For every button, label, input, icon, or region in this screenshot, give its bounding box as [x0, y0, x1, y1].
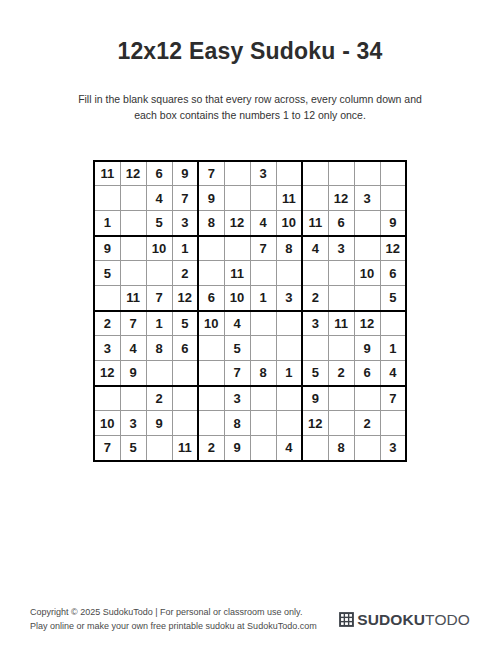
cell-r2c10: 12	[328, 186, 354, 211]
cell-r5c4: 2	[172, 261, 198, 286]
cell-r1c8	[276, 161, 302, 186]
cell-r8c3: 8	[146, 336, 172, 361]
grid-icon	[339, 612, 354, 627]
cell-r5c2	[120, 261, 146, 286]
cell-r11c4	[172, 411, 198, 436]
cell-r9c12: 4	[380, 361, 406, 386]
cell-r6c8: 3	[276, 286, 302, 311]
cell-r8c8	[276, 336, 302, 361]
cell-r8c7	[250, 336, 276, 361]
cell-r10c7	[250, 386, 276, 411]
cell-r11c5	[198, 411, 224, 436]
cell-r4c6	[224, 236, 250, 261]
cell-r4c5	[198, 236, 224, 261]
cell-r8c9	[302, 336, 328, 361]
cell-r5c8	[276, 261, 302, 286]
cell-r2c2	[120, 186, 146, 211]
cell-r5c11: 10	[354, 261, 380, 286]
cell-r9c8: 1	[276, 361, 302, 386]
cell-r11c9: 12	[302, 411, 328, 436]
cell-r7c4: 5	[172, 311, 198, 336]
cell-r6c6: 10	[224, 286, 250, 311]
cell-r11c6: 8	[224, 411, 250, 436]
cell-r5c6: 11	[224, 261, 250, 286]
cell-r5c7	[250, 261, 276, 286]
cell-r3c11	[354, 211, 380, 236]
cell-r2c3: 4	[146, 186, 172, 211]
cell-r1c10	[328, 161, 354, 186]
cell-r7c6: 4	[224, 311, 250, 336]
cell-r1c11	[354, 161, 380, 186]
cell-r4c2	[120, 236, 146, 261]
cell-r8c4: 6	[172, 336, 198, 361]
cell-r1c4: 9	[172, 161, 198, 186]
cell-r4c3: 10	[146, 236, 172, 261]
cell-r11c1: 10	[94, 411, 120, 436]
copyright-line-1: Copyright © 2025 SudokuTodo | For person…	[30, 606, 317, 620]
cell-r11c8	[276, 411, 302, 436]
page-title: 12x12 Easy Sudoku - 34	[0, 38, 500, 65]
cell-r2c6	[224, 186, 250, 211]
cell-r7c12	[380, 311, 406, 336]
cell-r1c3: 6	[146, 161, 172, 186]
cell-r4c12: 12	[380, 236, 406, 261]
cell-r7c5: 10	[198, 311, 224, 336]
cell-r4c1: 9	[94, 236, 120, 261]
cell-r9c2: 9	[120, 361, 146, 386]
cell-r5c10	[328, 261, 354, 286]
cell-r1c5: 7	[198, 161, 224, 186]
cell-r9c10: 2	[328, 361, 354, 386]
cell-r10c8	[276, 386, 302, 411]
cell-r2c7	[250, 186, 276, 211]
cell-r6c12: 5	[380, 286, 406, 311]
cell-r6c1	[94, 286, 120, 311]
sudoku-grid-container: 1112697347911123153812410116991017843125…	[0, 160, 500, 462]
cell-r9c6: 7	[224, 361, 250, 386]
cell-r10c4	[172, 386, 198, 411]
cell-r2c4: 7	[172, 186, 198, 211]
cell-r6c7: 1	[250, 286, 276, 311]
instructions-line-1: Fill in the blank squares so that every …	[0, 92, 500, 108]
cell-r9c5	[198, 361, 224, 386]
cell-r12c10: 8	[328, 436, 354, 461]
cell-r2c12	[380, 186, 406, 211]
cell-r4c10: 3	[328, 236, 354, 261]
cell-r11c10	[328, 411, 354, 436]
cell-r7c11: 12	[354, 311, 380, 336]
cell-r12c5: 2	[198, 436, 224, 461]
cell-r4c8: 8	[276, 236, 302, 261]
cell-r11c2: 3	[120, 411, 146, 436]
cell-r4c4: 1	[172, 236, 198, 261]
cell-r2c8: 11	[276, 186, 302, 211]
cell-r6c9: 2	[302, 286, 328, 311]
cell-r4c11	[354, 236, 380, 261]
sudokutodo-logo: SUDOKUTODO	[339, 611, 470, 629]
cell-r11c7	[250, 411, 276, 436]
cell-r4c7: 7	[250, 236, 276, 261]
cell-r10c1	[94, 386, 120, 411]
cell-r7c2: 7	[120, 311, 146, 336]
logo-text-light: TODO	[425, 611, 470, 628]
cell-r9c4	[172, 361, 198, 386]
cell-r10c11	[354, 386, 380, 411]
cell-r7c8	[276, 311, 302, 336]
cell-r12c1: 7	[94, 436, 120, 461]
cell-r8c10	[328, 336, 354, 361]
footer-copyright: Copyright © 2025 SudokuTodo | For person…	[30, 606, 317, 633]
cell-r3c1: 1	[94, 211, 120, 236]
cell-r5c1: 5	[94, 261, 120, 286]
cell-r9c7: 8	[250, 361, 276, 386]
cell-r9c3	[146, 361, 172, 386]
cell-r7c1: 2	[94, 311, 120, 336]
cell-r10c5	[198, 386, 224, 411]
cell-r11c12	[380, 411, 406, 436]
cell-r8c12: 1	[380, 336, 406, 361]
cell-r2c1	[94, 186, 120, 211]
cell-r10c6: 3	[224, 386, 250, 411]
cell-r11c11: 2	[354, 411, 380, 436]
cell-r3c7: 4	[250, 211, 276, 236]
cell-r12c3	[146, 436, 172, 461]
cell-r6c5: 6	[198, 286, 224, 311]
cell-r10c10	[328, 386, 354, 411]
cell-r3c8: 10	[276, 211, 302, 236]
cell-r9c1: 12	[94, 361, 120, 386]
cell-r3c3: 5	[146, 211, 172, 236]
cell-r6c3: 7	[146, 286, 172, 311]
cell-r4c9: 4	[302, 236, 328, 261]
cell-r12c6: 9	[224, 436, 250, 461]
logo-text-bold: SUDOKU	[357, 611, 425, 628]
cell-r6c2: 11	[120, 286, 146, 311]
cell-r6c10	[328, 286, 354, 311]
cell-r3c10: 6	[328, 211, 354, 236]
cell-r5c12: 6	[380, 261, 406, 286]
cell-r7c3: 1	[146, 311, 172, 336]
cell-r7c10: 11	[328, 311, 354, 336]
copyright-line-2: Play online or make your own free printa…	[30, 620, 317, 634]
cell-r8c11: 9	[354, 336, 380, 361]
cell-r1c12	[380, 161, 406, 186]
footer: Copyright © 2025 SudokuTodo | For person…	[30, 606, 470, 633]
cell-r10c12: 7	[380, 386, 406, 411]
cell-r6c11	[354, 286, 380, 311]
cell-r1c6	[224, 161, 250, 186]
cell-r2c11: 3	[354, 186, 380, 211]
cell-r1c2: 12	[120, 161, 146, 186]
cell-r1c1: 11	[94, 161, 120, 186]
cell-r11c3: 9	[146, 411, 172, 436]
cell-r3c2	[120, 211, 146, 236]
cell-r8c2: 4	[120, 336, 146, 361]
cell-r1c9	[302, 161, 328, 186]
cell-r6c4: 12	[172, 286, 198, 311]
cell-r3c6: 12	[224, 211, 250, 236]
instructions-line-2: each box contains the numbers 1 to 12 on…	[0, 108, 500, 124]
cell-r2c5: 9	[198, 186, 224, 211]
cell-r8c6: 5	[224, 336, 250, 361]
cell-r3c5: 8	[198, 211, 224, 236]
cell-r12c8: 4	[276, 436, 302, 461]
cell-r10c2	[120, 386, 146, 411]
cell-r12c4: 11	[172, 436, 198, 461]
cell-r7c9: 3	[302, 311, 328, 336]
cell-r10c9: 9	[302, 386, 328, 411]
cell-r3c12: 9	[380, 211, 406, 236]
cell-r12c12: 3	[380, 436, 406, 461]
cell-r5c3	[146, 261, 172, 286]
cell-r8c1: 3	[94, 336, 120, 361]
cell-r5c5	[198, 261, 224, 286]
cell-r12c9	[302, 436, 328, 461]
cell-r9c11: 6	[354, 361, 380, 386]
cell-r9c9: 5	[302, 361, 328, 386]
cell-r12c2: 5	[120, 436, 146, 461]
cell-r10c3: 2	[146, 386, 172, 411]
instructions-text: Fill in the blank squares so that every …	[0, 92, 500, 124]
sudoku-grid: 1112697347911123153812410116991017843125…	[93, 160, 407, 462]
cell-r3c9: 11	[302, 211, 328, 236]
cell-r5c9	[302, 261, 328, 286]
cell-r3c4: 3	[172, 211, 198, 236]
cell-r12c7	[250, 436, 276, 461]
cell-r1c7: 3	[250, 161, 276, 186]
cell-r8c5	[198, 336, 224, 361]
cell-r2c9	[302, 186, 328, 211]
cell-r7c7	[250, 311, 276, 336]
cell-r12c11	[354, 436, 380, 461]
